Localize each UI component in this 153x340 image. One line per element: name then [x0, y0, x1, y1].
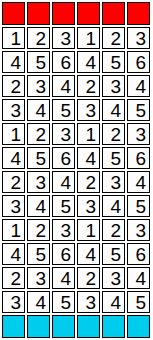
number-cell-r5c2: 3 — [52, 123, 75, 145]
header-cell-r0c4 — [102, 2, 125, 25]
number-cell-r11c2: 4 — [52, 267, 75, 289]
number-cell-r10c5: 6 — [127, 243, 150, 265]
header-cell-r0c1 — [27, 2, 50, 25]
number-cell-r12c4: 4 — [102, 291, 125, 313]
number-cell-r1c3: 1 — [77, 27, 100, 49]
number-cell-r7c4: 3 — [102, 171, 125, 193]
header-cell-r0c2 — [52, 2, 75, 25]
number-cell-r2c2: 6 — [52, 51, 75, 73]
number-cell-r7c2: 4 — [52, 171, 75, 193]
number-cell-r5c4: 2 — [102, 123, 125, 145]
number-cell-r5c1: 2 — [27, 123, 50, 145]
number-cell-r7c1: 3 — [27, 171, 50, 193]
number-cell-r8c3: 3 — [77, 195, 100, 217]
number-cell-r2c4: 5 — [102, 51, 125, 73]
number-cell-r6c0: 4 — [2, 147, 25, 169]
number-cell-r3c1: 3 — [27, 75, 50, 97]
number-cell-r12c0: 3 — [2, 291, 25, 313]
number-cell-r1c1: 2 — [27, 27, 50, 49]
number-cell-r12c1: 4 — [27, 291, 50, 313]
number-cell-r9c4: 2 — [102, 219, 125, 241]
number-cell-r1c2: 3 — [52, 27, 75, 49]
number-cell-r5c5: 3 — [127, 123, 150, 145]
number-cell-r12c2: 5 — [52, 291, 75, 313]
footer-cell-r13c4 — [102, 315, 125, 338]
number-cell-r6c3: 4 — [77, 147, 100, 169]
number-cell-r8c4: 4 — [102, 195, 125, 217]
number-cell-r2c1: 5 — [27, 51, 50, 73]
footer-cell-r13c3 — [77, 315, 100, 338]
number-cell-r12c3: 3 — [77, 291, 100, 313]
number-cell-r9c2: 3 — [52, 219, 75, 241]
number-cell-r10c1: 5 — [27, 243, 50, 265]
footer-cell-r13c0 — [2, 315, 25, 338]
number-cell-r8c5: 5 — [127, 195, 150, 217]
number-cell-r2c0: 4 — [2, 51, 25, 73]
footer-cell-r13c5 — [127, 315, 150, 338]
number-cell-r1c0: 1 — [2, 27, 25, 49]
number-cell-r6c2: 6 — [52, 147, 75, 169]
number-cell-r3c3: 2 — [77, 75, 100, 97]
number-cell-r6c1: 5 — [27, 147, 50, 169]
number-cell-r11c3: 2 — [77, 267, 100, 289]
number-cell-r5c0: 1 — [2, 123, 25, 145]
number-cell-r3c0: 2 — [2, 75, 25, 97]
number-cell-r3c2: 4 — [52, 75, 75, 97]
number-cell-r10c4: 5 — [102, 243, 125, 265]
number-cell-r9c3: 1 — [77, 219, 100, 241]
header-cell-r0c3 — [77, 2, 100, 25]
number-cell-r11c5: 4 — [127, 267, 150, 289]
number-cell-r4c4: 4 — [102, 99, 125, 121]
number-cell-r6c4: 5 — [102, 147, 125, 169]
number-cell-r11c1: 3 — [27, 267, 50, 289]
number-cell-r7c5: 4 — [127, 171, 150, 193]
number-cell-r4c5: 5 — [127, 99, 150, 121]
number-cell-r4c0: 3 — [2, 99, 25, 121]
number-cell-r8c2: 5 — [52, 195, 75, 217]
number-cell-r10c0: 4 — [2, 243, 25, 265]
number-cell-r4c3: 3 — [77, 99, 100, 121]
number-cell-r6c5: 6 — [127, 147, 150, 169]
number-cell-r7c3: 2 — [77, 171, 100, 193]
number-cell-r10c3: 4 — [77, 243, 100, 265]
number-cell-r8c0: 3 — [2, 195, 25, 217]
header-cell-r0c5 — [127, 2, 150, 25]
number-cell-r4c2: 5 — [52, 99, 75, 121]
number-cell-r11c0: 2 — [2, 267, 25, 289]
number-cell-r1c5: 3 — [127, 27, 150, 49]
number-cell-r3c4: 3 — [102, 75, 125, 97]
number-cell-r7c0: 2 — [2, 171, 25, 193]
number-cell-r4c1: 4 — [27, 99, 50, 121]
number-cell-r11c4: 3 — [102, 267, 125, 289]
footer-cell-r13c1 — [27, 315, 50, 338]
number-cell-r8c1: 4 — [27, 195, 50, 217]
number-cell-r12c5: 5 — [127, 291, 150, 313]
number-cell-r3c5: 4 — [127, 75, 150, 97]
number-cell-r1c4: 2 — [102, 27, 125, 49]
number-cell-r2c3: 4 — [77, 51, 100, 73]
number-cell-r9c5: 3 — [127, 219, 150, 241]
number-grid-board: 1231234564562342343453451231234564562342… — [0, 0, 152, 339]
number-cell-r9c1: 2 — [27, 219, 50, 241]
number-cell-r2c5: 6 — [127, 51, 150, 73]
header-cell-r0c0 — [2, 2, 25, 25]
number-cell-r5c3: 1 — [77, 123, 100, 145]
footer-cell-r13c2 — [52, 315, 75, 338]
number-cell-r10c2: 6 — [52, 243, 75, 265]
number-cell-r9c0: 1 — [2, 219, 25, 241]
